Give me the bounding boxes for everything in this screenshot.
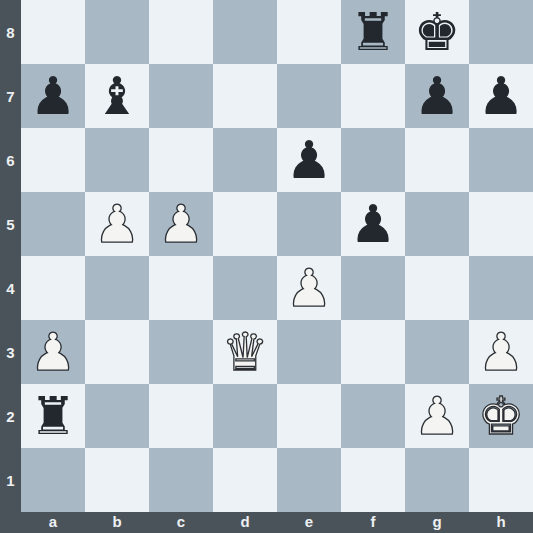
square-f7[interactable] bbox=[341, 64, 405, 128]
chess-board-frame: 87654321 ♜♚♟♝♟♟♟♟♟♟♟♟♛♟♜♟♚ abcdefgh bbox=[0, 0, 533, 533]
file-label-b: b bbox=[85, 512, 149, 533]
chess-board: ♜♚♟♝♟♟♟♟♟♟♟♟♛♟♜♟♚ bbox=[21, 0, 533, 512]
rank-label-7: 7 bbox=[0, 64, 21, 128]
piece-black-pawn: ♟ bbox=[478, 70, 525, 122]
square-g5[interactable] bbox=[405, 192, 469, 256]
square-g4[interactable] bbox=[405, 256, 469, 320]
square-d2[interactable] bbox=[213, 384, 277, 448]
rank-labels: 87654321 bbox=[0, 0, 21, 512]
square-c5[interactable]: ♟ bbox=[149, 192, 213, 256]
square-a2[interactable]: ♜ bbox=[21, 384, 85, 448]
square-e4[interactable]: ♟ bbox=[277, 256, 341, 320]
square-h8[interactable] bbox=[469, 0, 533, 64]
file-label-h: h bbox=[469, 512, 533, 533]
square-f5[interactable]: ♟ bbox=[341, 192, 405, 256]
square-g3[interactable] bbox=[405, 320, 469, 384]
piece-black-rook: ♜ bbox=[30, 390, 77, 442]
piece-white-pawn: ♟ bbox=[30, 326, 77, 378]
square-h4[interactable] bbox=[469, 256, 533, 320]
piece-black-rook: ♜ bbox=[350, 6, 397, 58]
rank-label-2: 2 bbox=[0, 384, 21, 448]
square-a7[interactable]: ♟ bbox=[21, 64, 85, 128]
square-d6[interactable] bbox=[213, 128, 277, 192]
square-h6[interactable] bbox=[469, 128, 533, 192]
square-h1[interactable] bbox=[469, 448, 533, 512]
square-e6[interactable]: ♟ bbox=[277, 128, 341, 192]
square-d4[interactable] bbox=[213, 256, 277, 320]
square-c4[interactable] bbox=[149, 256, 213, 320]
file-label-f: f bbox=[341, 512, 405, 533]
square-d1[interactable] bbox=[213, 448, 277, 512]
file-label-d: d bbox=[213, 512, 277, 533]
square-b5[interactable]: ♟ bbox=[85, 192, 149, 256]
piece-black-pawn: ♟ bbox=[30, 70, 77, 122]
rank-label-4: 4 bbox=[0, 256, 21, 320]
square-b8[interactable] bbox=[85, 0, 149, 64]
square-a6[interactable] bbox=[21, 128, 85, 192]
piece-white-pawn: ♟ bbox=[414, 390, 461, 442]
square-c2[interactable] bbox=[149, 384, 213, 448]
square-f1[interactable] bbox=[341, 448, 405, 512]
square-e5[interactable] bbox=[277, 192, 341, 256]
piece-white-king: ♚ bbox=[478, 390, 525, 442]
square-b1[interactable] bbox=[85, 448, 149, 512]
square-h3[interactable]: ♟ bbox=[469, 320, 533, 384]
square-b4[interactable] bbox=[85, 256, 149, 320]
piece-black-pawn: ♟ bbox=[286, 134, 333, 186]
square-c6[interactable] bbox=[149, 128, 213, 192]
square-g8[interactable]: ♚ bbox=[405, 0, 469, 64]
square-f4[interactable] bbox=[341, 256, 405, 320]
file-label-e: e bbox=[277, 512, 341, 533]
square-c8[interactable] bbox=[149, 0, 213, 64]
piece-white-queen: ♛ bbox=[222, 326, 269, 378]
square-b3[interactable] bbox=[85, 320, 149, 384]
square-f2[interactable] bbox=[341, 384, 405, 448]
square-f3[interactable] bbox=[341, 320, 405, 384]
square-f8[interactable]: ♜ bbox=[341, 0, 405, 64]
square-g6[interactable] bbox=[405, 128, 469, 192]
square-e8[interactable] bbox=[277, 0, 341, 64]
square-e7[interactable] bbox=[277, 64, 341, 128]
square-f6[interactable] bbox=[341, 128, 405, 192]
square-e3[interactable] bbox=[277, 320, 341, 384]
square-c7[interactable] bbox=[149, 64, 213, 128]
square-h2[interactable]: ♚ bbox=[469, 384, 533, 448]
piece-black-king: ♚ bbox=[414, 6, 461, 58]
square-d8[interactable] bbox=[213, 0, 277, 64]
square-d5[interactable] bbox=[213, 192, 277, 256]
square-e1[interactable] bbox=[277, 448, 341, 512]
square-g2[interactable]: ♟ bbox=[405, 384, 469, 448]
file-labels: abcdefgh bbox=[21, 512, 533, 533]
square-a5[interactable] bbox=[21, 192, 85, 256]
rank-label-1: 1 bbox=[0, 448, 21, 512]
square-g1[interactable] bbox=[405, 448, 469, 512]
piece-white-pawn: ♟ bbox=[94, 198, 141, 250]
square-b2[interactable] bbox=[85, 384, 149, 448]
piece-white-pawn: ♟ bbox=[286, 262, 333, 314]
square-b6[interactable] bbox=[85, 128, 149, 192]
square-h7[interactable]: ♟ bbox=[469, 64, 533, 128]
file-label-c: c bbox=[149, 512, 213, 533]
piece-white-pawn: ♟ bbox=[478, 326, 525, 378]
square-a3[interactable]: ♟ bbox=[21, 320, 85, 384]
rank-label-6: 6 bbox=[0, 128, 21, 192]
square-e2[interactable] bbox=[277, 384, 341, 448]
square-a1[interactable] bbox=[21, 448, 85, 512]
square-b7[interactable]: ♝ bbox=[85, 64, 149, 128]
rank-label-5: 5 bbox=[0, 192, 21, 256]
piece-black-pawn: ♟ bbox=[350, 198, 397, 250]
square-g7[interactable]: ♟ bbox=[405, 64, 469, 128]
square-a4[interactable] bbox=[21, 256, 85, 320]
rank-label-8: 8 bbox=[0, 0, 21, 64]
square-a8[interactable] bbox=[21, 0, 85, 64]
square-c1[interactable] bbox=[149, 448, 213, 512]
piece-black-bishop: ♝ bbox=[94, 70, 141, 122]
file-label-a: a bbox=[21, 512, 85, 533]
square-d7[interactable] bbox=[213, 64, 277, 128]
square-h5[interactable] bbox=[469, 192, 533, 256]
square-c3[interactable] bbox=[149, 320, 213, 384]
piece-white-pawn: ♟ bbox=[158, 198, 205, 250]
rank-label-3: 3 bbox=[0, 320, 21, 384]
piece-black-pawn: ♟ bbox=[414, 70, 461, 122]
square-d3[interactable]: ♛ bbox=[213, 320, 277, 384]
file-label-g: g bbox=[405, 512, 469, 533]
